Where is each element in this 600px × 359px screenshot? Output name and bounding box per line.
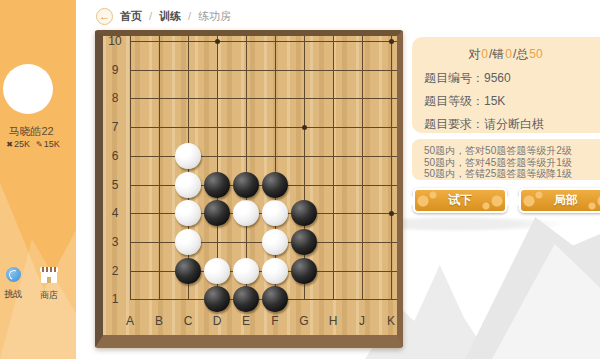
col-label: G — [295, 314, 313, 328]
row-label: 1 — [104, 292, 126, 306]
try-move-button[interactable]: 试下 — [413, 188, 507, 213]
problem-info-panel: 对0/错0/总50 题目编号：9560 题目等级：15K 题目要求：请分断白棋 — [412, 37, 600, 133]
col-label: F — [266, 314, 284, 328]
problem-level-row: 题目等级：15K — [424, 93, 588, 110]
col-label: A — [121, 314, 139, 328]
problem-level-value: 15K — [484, 94, 505, 108]
rank-stats: ✖ 25K ✎ 15K — [0, 139, 66, 149]
grid-line — [130, 127, 397, 128]
problem-goal-label: 题目要求： — [424, 117, 484, 131]
wrong-label: /错 — [489, 47, 504, 61]
training-rank-icon: ✎ — [36, 140, 43, 149]
back-button[interactable]: ← — [96, 8, 113, 25]
col-label: J — [353, 314, 371, 328]
row-label: 4 — [104, 206, 126, 220]
problem-goal-row: 题目要求：请分断白棋 — [424, 116, 588, 133]
grid-line — [130, 36, 131, 299]
button-tab — [410, 196, 413, 205]
row-label: 5 — [104, 178, 126, 192]
mountain-right — [465, 217, 600, 359]
problem-number-value: 9560 — [484, 71, 511, 85]
black-stone-D4 — [204, 200, 230, 226]
col-label: C — [179, 314, 197, 328]
col-label: H — [324, 314, 342, 328]
sidebar: 马晓皓22 ✖ 25K ✎ 15K 挑战 商店 — [0, 0, 76, 359]
row-label: 8 — [104, 91, 126, 105]
breadcrumb: ← 首页 / 训练 / 练功房 — [96, 7, 231, 25]
sidebar-item-challenge[interactable]: 挑战 — [0, 267, 29, 301]
row-label: 7 — [104, 120, 126, 134]
row-label: 2 — [104, 264, 126, 278]
row-label: 6 — [104, 149, 126, 163]
star-point — [215, 39, 220, 44]
total-label: /总 — [513, 47, 528, 61]
mountain-right-light — [492, 244, 600, 359]
problem-number-row: 题目编号：9560 — [424, 70, 588, 87]
row-label: 9 — [104, 63, 126, 77]
go-board: 10987654321ABCDEFGHJK — [95, 30, 403, 348]
correct-label: 对 — [468, 47, 480, 61]
grid-line — [391, 36, 392, 299]
rule-line: 50题内，答对50题答题等级升2级 — [424, 145, 600, 157]
white-stone-E2 — [233, 258, 259, 284]
cloud-decoration — [583, 190, 600, 211]
white-stone-D2 — [204, 258, 230, 284]
col-label: B — [150, 314, 168, 328]
col-label: D — [208, 314, 226, 328]
local-view-button[interactable]: 局部 — [519, 188, 600, 213]
sidebar-item-label: 商店 — [33, 289, 65, 302]
black-stone-G2 — [291, 258, 317, 284]
challenge-icon — [6, 267, 21, 282]
problem-goal-value: 请分断白棋 — [484, 117, 544, 131]
training-rank-value: 15K — [44, 139, 60, 149]
star-point — [389, 211, 394, 216]
white-stone-F2 — [262, 258, 288, 284]
avatar[interactable] — [3, 64, 53, 114]
local-view-label: 局部 — [554, 192, 578, 209]
cloud-decoration — [477, 190, 505, 211]
promotion-rules-panel: 50题内，答对50题答题等级升2级 50题内，答对45题答题等级升1级 50题内… — [412, 139, 600, 180]
breadcrumb-home[interactable]: 首页 — [120, 9, 142, 24]
correct-count: 0 — [481, 47, 488, 61]
cloud-decoration — [521, 190, 549, 211]
duel-rank: ✖ 25K — [6, 139, 30, 149]
black-stone-D5 — [204, 172, 230, 198]
star-point — [302, 125, 307, 130]
grid-line — [159, 36, 160, 299]
wrong-count: 0 — [505, 47, 512, 61]
black-stone-C2 — [175, 258, 201, 284]
sidebar-item-shop[interactable]: 商店 — [33, 267, 65, 302]
black-stone-E1 — [233, 286, 259, 312]
white-stone-E4 — [233, 200, 259, 226]
black-stone-G3 — [291, 229, 317, 255]
sidebar-item-label: 挑战 — [0, 288, 29, 301]
row-label: 10 — [104, 34, 126, 48]
breadcrumb-current: 练功房 — [198, 9, 231, 24]
problem-level-label: 题目等级： — [424, 94, 484, 108]
grid-line — [130, 98, 397, 99]
training-rank: ✎ 15K — [36, 139, 60, 149]
grid-line — [130, 156, 397, 157]
problem-number-label: 题目编号： — [424, 71, 484, 85]
go-board-surface[interactable]: 10987654321ABCDEFGHJK — [103, 36, 397, 335]
grid-line — [362, 36, 363, 299]
duel-rank-icon: ✖ — [6, 140, 13, 149]
white-stone-C6 — [175, 143, 201, 169]
white-stone-F3 — [262, 229, 288, 255]
breadcrumb-separator: / — [149, 10, 152, 22]
grid-line — [333, 36, 334, 299]
breadcrumb-separator: / — [188, 10, 191, 22]
black-stone-D1 — [204, 286, 230, 312]
black-stone-E5 — [233, 172, 259, 198]
rule-line: 50题内，答错25题答题等级降1级 — [424, 168, 600, 180]
rule-line: 50题内，答对45题答题等级升1级 — [424, 157, 600, 169]
page: { "game": "go", "app_context": "go-probl… — [0, 0, 600, 359]
black-stone-F1 — [262, 286, 288, 312]
white-stone-C4 — [175, 200, 201, 226]
col-label: E — [237, 314, 255, 328]
white-stone-C5 — [175, 172, 201, 198]
button-tab — [516, 196, 519, 205]
action-buttons: 试下 局部 — [413, 188, 600, 213]
black-stone-G4 — [291, 200, 317, 226]
duel-rank-value: 25K — [14, 139, 30, 149]
cloud-decoration — [415, 190, 443, 211]
star-point — [389, 39, 394, 44]
row-label: 3 — [104, 235, 126, 249]
black-stone-F5 — [262, 172, 288, 198]
button-tab — [507, 196, 510, 205]
username: 马晓皓22 — [0, 124, 62, 139]
white-stone-F4 — [262, 200, 288, 226]
col-label: K — [382, 314, 400, 328]
breadcrumb-training[interactable]: 训练 — [159, 9, 181, 24]
white-stone-C3 — [175, 229, 201, 255]
total-count: 50 — [529, 47, 542, 61]
score-line: 对0/错0/总50 — [424, 46, 588, 63]
shop-icon — [41, 271, 57, 283]
try-move-label: 试下 — [448, 192, 472, 209]
grid-line — [130, 41, 397, 42]
grid-line — [130, 70, 397, 71]
